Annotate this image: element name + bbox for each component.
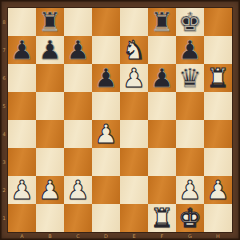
- square-d4[interactable]: ♟: [92, 120, 120, 148]
- black-rook-b8[interactable]: ♜: [36, 8, 64, 36]
- square-h4[interactable]: [204, 120, 232, 148]
- square-d8[interactable]: [92, 8, 120, 36]
- rank-label-1: 1: [0, 204, 8, 232]
- rank-label-7: 7: [0, 36, 8, 64]
- square-d6[interactable]: ♟: [92, 64, 120, 92]
- square-a5[interactable]: [8, 92, 36, 120]
- black-king-g8[interactable]: ♚: [176, 8, 204, 36]
- square-c7[interactable]: ♟: [64, 36, 92, 64]
- square-e5[interactable]: [120, 92, 148, 120]
- square-h3[interactable]: [204, 148, 232, 176]
- square-b8[interactable]: ♜: [36, 8, 64, 36]
- square-d1[interactable]: [92, 204, 120, 232]
- square-b6[interactable]: [36, 64, 64, 92]
- square-c3[interactable]: [64, 148, 92, 176]
- square-c1[interactable]: [64, 204, 92, 232]
- white-pawn-b2[interactable]: ♟: [36, 176, 64, 204]
- square-h5[interactable]: [204, 92, 232, 120]
- black-queen-g6[interactable]: ♛: [176, 64, 204, 92]
- square-a8[interactable]: [8, 8, 36, 36]
- square-b1[interactable]: [36, 204, 64, 232]
- square-a1[interactable]: [8, 204, 36, 232]
- square-g6[interactable]: ♛: [176, 64, 204, 92]
- square-h8[interactable]: [204, 8, 232, 36]
- square-c6[interactable]: [64, 64, 92, 92]
- square-f3[interactable]: [148, 148, 176, 176]
- black-rook-f8[interactable]: ♜: [148, 8, 176, 36]
- square-b3[interactable]: [36, 148, 64, 176]
- square-c4[interactable]: [64, 120, 92, 148]
- file-label-d: D: [92, 232, 120, 240]
- white-rook-h6[interactable]: ♜: [204, 64, 232, 92]
- rank-label-8: 8: [0, 8, 8, 36]
- file-labels: ABCDEFGH: [8, 232, 232, 240]
- rank-label-4: 4: [0, 120, 8, 148]
- square-e2[interactable]: [120, 176, 148, 204]
- square-e8[interactable]: [120, 8, 148, 36]
- rank-label-3: 3: [0, 148, 8, 176]
- square-b4[interactable]: [36, 120, 64, 148]
- rank-label-5: 5: [0, 92, 8, 120]
- square-a6[interactable]: [8, 64, 36, 92]
- white-pawn-g2[interactable]: ♟: [176, 176, 204, 204]
- square-e7[interactable]: ♞: [120, 36, 148, 64]
- square-d2[interactable]: [92, 176, 120, 204]
- square-f6[interactable]: ♟: [148, 64, 176, 92]
- square-h2[interactable]: ♟: [204, 176, 232, 204]
- file-label-e: E: [120, 232, 148, 240]
- black-pawn-f6[interactable]: ♟: [148, 64, 176, 92]
- square-a3[interactable]: [8, 148, 36, 176]
- square-g5[interactable]: [176, 92, 204, 120]
- square-a4[interactable]: [8, 120, 36, 148]
- square-h7[interactable]: [204, 36, 232, 64]
- square-g4[interactable]: [176, 120, 204, 148]
- white-pawn-c2[interactable]: ♟: [64, 176, 92, 204]
- square-c8[interactable]: [64, 8, 92, 36]
- white-king-g1[interactable]: ♚: [176, 204, 204, 232]
- black-pawn-d6[interactable]: ♟: [92, 64, 120, 92]
- square-d5[interactable]: [92, 92, 120, 120]
- square-f2[interactable]: [148, 176, 176, 204]
- file-label-c: C: [64, 232, 92, 240]
- square-h1[interactable]: [204, 204, 232, 232]
- square-a2[interactable]: ♟: [8, 176, 36, 204]
- rank-label-6: 6: [0, 64, 8, 92]
- square-a7[interactable]: ♟: [8, 36, 36, 64]
- square-f5[interactable]: [148, 92, 176, 120]
- square-g3[interactable]: [176, 148, 204, 176]
- white-knight-e7[interactable]: ♞: [120, 36, 148, 64]
- file-label-g: G: [176, 232, 204, 240]
- square-d7[interactable]: [92, 36, 120, 64]
- chess-board: ♜♜♚♟♟♟♞♟♟♟♟♛♜♟♟♟♟♟♟♜♚: [8, 8, 232, 232]
- chess-app: ♜♜♚♟♟♟♞♟♟♟♟♛♜♟♟♟♟♟♟♜♚ 87654321 ABCDEFGH: [0, 0, 240, 240]
- square-e6[interactable]: ♟: [120, 64, 148, 92]
- rank-label-2: 2: [0, 176, 8, 204]
- white-pawn-h2[interactable]: ♟: [204, 176, 232, 204]
- rank-labels: 87654321: [0, 8, 8, 232]
- file-label-f: F: [148, 232, 176, 240]
- square-c2[interactable]: ♟: [64, 176, 92, 204]
- square-f8[interactable]: ♜: [148, 8, 176, 36]
- square-g8[interactable]: ♚: [176, 8, 204, 36]
- square-f1[interactable]: ♜: [148, 204, 176, 232]
- square-b7[interactable]: ♟: [36, 36, 64, 64]
- square-f7[interactable]: [148, 36, 176, 64]
- square-h6[interactable]: ♜: [204, 64, 232, 92]
- square-g7[interactable]: ♟: [176, 36, 204, 64]
- white-pawn-d4[interactable]: ♟: [92, 120, 120, 148]
- black-pawn-a7[interactable]: ♟: [8, 36, 36, 64]
- square-d3[interactable]: [92, 148, 120, 176]
- square-b5[interactable]: [36, 92, 64, 120]
- square-e3[interactable]: [120, 148, 148, 176]
- black-pawn-g7[interactable]: ♟: [176, 36, 204, 64]
- square-b2[interactable]: ♟: [36, 176, 64, 204]
- square-e4[interactable]: [120, 120, 148, 148]
- square-g1[interactable]: ♚: [176, 204, 204, 232]
- white-pawn-e6[interactable]: ♟: [120, 64, 148, 92]
- file-label-h: H: [204, 232, 232, 240]
- square-c5[interactable]: [64, 92, 92, 120]
- white-pawn-a2[interactable]: ♟: [8, 176, 36, 204]
- black-pawn-c7[interactable]: ♟: [64, 36, 92, 64]
- white-rook-f1[interactable]: ♜: [148, 204, 176, 232]
- file-label-b: B: [36, 232, 64, 240]
- black-pawn-b7[interactable]: ♟: [36, 36, 64, 64]
- file-label-a: A: [8, 232, 36, 240]
- square-g2[interactable]: ♟: [176, 176, 204, 204]
- square-e1[interactable]: [120, 204, 148, 232]
- square-f4[interactable]: [148, 120, 176, 148]
